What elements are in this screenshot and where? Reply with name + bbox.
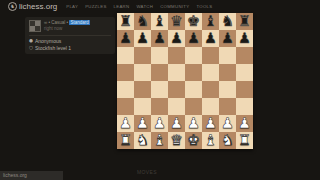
- piece-white-rook[interactable]: ♜: [119, 132, 132, 149]
- piece-white-pawn[interactable]: ♟: [119, 115, 132, 132]
- square-f6[interactable]: [202, 47, 219, 64]
- board-game-icon: [29, 20, 41, 32]
- square-f7[interactable]: ♟: [202, 30, 219, 47]
- piece-black-knight[interactable]: ♞: [221, 13, 234, 30]
- piece-black-pawn[interactable]: ♟: [153, 30, 166, 47]
- square-e6[interactable]: [185, 47, 202, 64]
- square-g8[interactable]: ♞: [219, 13, 236, 30]
- piece-white-pawn[interactable]: ♟: [136, 115, 149, 132]
- square-d5[interactable]: [168, 64, 185, 81]
- piece-white-pawn[interactable]: ♟: [204, 115, 217, 132]
- piece-white-pawn[interactable]: ♟: [221, 115, 234, 132]
- square-h2[interactable]: ♟: [236, 115, 253, 132]
- black-player-icon: ○: [29, 45, 33, 52]
- square-g4[interactable]: [219, 81, 236, 98]
- game-info-panel: ∞ • Casual • Standard right now ● Anonym…: [25, 17, 115, 54]
- piece-black-pawn[interactable]: ♟: [136, 30, 149, 47]
- players-list: ● Anonymous ○ Stockfish level 1: [29, 35, 111, 51]
- square-d6[interactable]: [168, 47, 185, 64]
- square-b2[interactable]: ♟: [134, 115, 151, 132]
- square-a6[interactable]: [117, 47, 134, 64]
- square-a5[interactable]: [117, 64, 134, 81]
- square-b5[interactable]: [134, 64, 151, 81]
- square-a8[interactable]: ♜: [117, 13, 134, 30]
- square-f3[interactable]: [202, 98, 219, 115]
- piece-black-king[interactable]: ♚: [187, 13, 200, 30]
- square-d7[interactable]: ♟: [168, 30, 185, 47]
- piece-white-knight[interactable]: ♞: [136, 132, 149, 149]
- piece-black-bishop[interactable]: ♝: [204, 13, 217, 30]
- square-e1[interactable]: ♚: [185, 132, 202, 149]
- square-g1[interactable]: ♞: [219, 132, 236, 149]
- square-h7[interactable]: ♟: [236, 30, 253, 47]
- piece-black-pawn[interactable]: ♟: [238, 30, 251, 47]
- square-d2[interactable]: ♟: [168, 115, 185, 132]
- square-d1[interactable]: ♛: [168, 132, 185, 149]
- square-a4[interactable]: [117, 81, 134, 98]
- lichess-logo[interactable]: ♞ lichess.org: [8, 2, 57, 11]
- square-d8[interactable]: ♛: [168, 13, 185, 30]
- piece-white-pawn[interactable]: ♟: [170, 115, 183, 132]
- nav-item-learn[interactable]: LEARN: [114, 4, 130, 9]
- time-control-casual-label: ∞ • Casual •: [44, 20, 69, 25]
- piece-white-pawn[interactable]: ♟: [238, 115, 251, 132]
- piece-white-queen[interactable]: ♛: [170, 132, 183, 149]
- nav-item-watch[interactable]: WATCH: [136, 4, 153, 9]
- square-h3[interactable]: [236, 98, 253, 115]
- square-f2[interactable]: ♟: [202, 115, 219, 132]
- square-a3[interactable]: [117, 98, 134, 115]
- square-b6[interactable]: [134, 47, 151, 64]
- piece-black-pawn[interactable]: ♟: [221, 30, 234, 47]
- square-h1[interactable]: ♜: [236, 132, 253, 149]
- piece-white-rook[interactable]: ♜: [238, 132, 251, 149]
- square-e4[interactable]: [185, 81, 202, 98]
- square-f5[interactable]: [202, 64, 219, 81]
- square-c4[interactable]: [151, 81, 168, 98]
- piece-black-pawn[interactable]: ♟: [119, 30, 132, 47]
- square-a2[interactable]: ♟: [117, 115, 134, 132]
- square-g5[interactable]: [219, 64, 236, 81]
- black-player-row: ○ Stockfish level 1: [29, 45, 111, 52]
- black-player-name: Stockfish level 1: [35, 45, 71, 52]
- variant-link[interactable]: Standard: [69, 20, 89, 25]
- square-e2[interactable]: ♟: [185, 115, 202, 132]
- square-c8[interactable]: ♝: [151, 13, 168, 30]
- square-h5[interactable]: [236, 64, 253, 81]
- square-c5[interactable]: [151, 64, 168, 81]
- knight-logo-icon: ♞: [8, 2, 17, 11]
- browser-status-bar: lichess.org: [0, 171, 63, 180]
- square-c1[interactable]: ♝: [151, 132, 168, 149]
- square-h6[interactable]: [236, 47, 253, 64]
- square-f8[interactable]: ♝: [202, 13, 219, 30]
- piece-black-rook[interactable]: ♜: [119, 13, 132, 30]
- square-d3[interactable]: [168, 98, 185, 115]
- piece-white-bishop[interactable]: ♝: [204, 132, 217, 149]
- square-e3[interactable]: [185, 98, 202, 115]
- piece-white-bishop[interactable]: ♝: [153, 132, 166, 149]
- nav-item-community[interactable]: COMMUNITY: [160, 4, 189, 9]
- square-h4[interactable]: [236, 81, 253, 98]
- piece-black-pawn[interactable]: ♟: [170, 30, 183, 47]
- square-f1[interactable]: ♝: [202, 132, 219, 149]
- piece-black-queen[interactable]: ♛: [170, 13, 183, 30]
- square-c2[interactable]: ♟: [151, 115, 168, 132]
- nav-item-tools[interactable]: TOOLS: [196, 4, 212, 9]
- square-h8[interactable]: ♜: [236, 13, 253, 30]
- square-g7[interactable]: ♟: [219, 30, 236, 47]
- square-b7[interactable]: ♟: [134, 30, 151, 47]
- game-meta-line: ∞ • Casual • Standard: [44, 20, 90, 25]
- below-board-text: MOVES: [137, 169, 157, 175]
- square-b8[interactable]: ♞: [134, 13, 151, 30]
- nav-item-play[interactable]: PLAY: [66, 4, 78, 9]
- square-g2[interactable]: ♟: [219, 115, 236, 132]
- piece-black-pawn[interactable]: ♟: [204, 30, 217, 47]
- top-nav-bar: ♞ lichess.org PLAY PUZZLES LEARN WATCH C…: [0, 0, 320, 13]
- piece-white-pawn[interactable]: ♟: [187, 115, 200, 132]
- piece-white-knight[interactable]: ♞: [221, 132, 234, 149]
- square-f4[interactable]: [202, 81, 219, 98]
- square-c3[interactable]: [151, 98, 168, 115]
- square-a1[interactable]: ♜: [117, 132, 134, 149]
- logo-text: lichess.org: [19, 2, 57, 11]
- square-g3[interactable]: [219, 98, 236, 115]
- square-a7[interactable]: ♟: [117, 30, 134, 47]
- square-e8[interactable]: ♚: [185, 13, 202, 30]
- piece-black-pawn[interactable]: ♟: [187, 30, 200, 47]
- piece-black-rook[interactable]: ♜: [238, 13, 251, 30]
- square-c6[interactable]: [151, 47, 168, 64]
- piece-black-knight[interactable]: ♞: [136, 13, 149, 30]
- square-b1[interactable]: ♞: [134, 132, 151, 149]
- piece-white-king[interactable]: ♚: [187, 132, 200, 149]
- square-b3[interactable]: [134, 98, 151, 115]
- chess-board[interactable]: ♜♞♝♛♚♝♞♜♟♟♟♟♟♟♟♟♟♟♟♟♟♟♟♟♜♞♝♛♚♝♞♜: [117, 13, 253, 149]
- lichess-app-screen: ♞ lichess.org PLAY PUZZLES LEARN WATCH C…: [0, 0, 320, 180]
- piece-white-pawn[interactable]: ♟: [153, 115, 166, 132]
- square-c7[interactable]: ♟: [151, 30, 168, 47]
- square-b4[interactable]: [134, 81, 151, 98]
- piece-black-bishop[interactable]: ♝: [153, 13, 166, 30]
- square-g6[interactable]: [219, 47, 236, 64]
- square-d4[interactable]: [168, 81, 185, 98]
- game-time-ago: right now: [44, 26, 90, 31]
- square-e7[interactable]: ♟: [185, 30, 202, 47]
- nav-item-puzzles[interactable]: PUZZLES: [85, 4, 106, 9]
- game-meta-lines: ∞ • Casual • Standard right now: [44, 20, 90, 31]
- game-meta-row: ∞ • Casual • Standard right now: [29, 20, 111, 32]
- main-nav: PLAY PUZZLES LEARN WATCH COMMUNITY TOOLS: [66, 4, 212, 9]
- square-e5[interactable]: [185, 64, 202, 81]
